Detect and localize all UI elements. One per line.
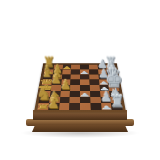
chess-set-photo: ♜♟♟♜♞♟♟♞♝♟♟♝♛♟♟♛♚♟♟♚♝♟♟♝♞♟♟♞♜♟♟♜ [0, 0, 160, 160]
board-square [59, 103, 70, 110]
board-square: ♜ [111, 103, 123, 110]
board-square: ♟ [48, 103, 59, 110]
chess-board: ♜♟♟♜♞♟♟♞♝♟♟♝♛♟♟♛♚♟♟♚♝♟♟♝♞♟♟♞♜♟♟♜ [34, 63, 126, 112]
board-square [80, 103, 91, 110]
chess-piece-wR: ♜ [31, 104, 54, 110]
board-base-molding [26, 119, 134, 126]
board-square [69, 103, 80, 110]
board-base-plinth [32, 125, 128, 132]
board-square [90, 103, 101, 110]
